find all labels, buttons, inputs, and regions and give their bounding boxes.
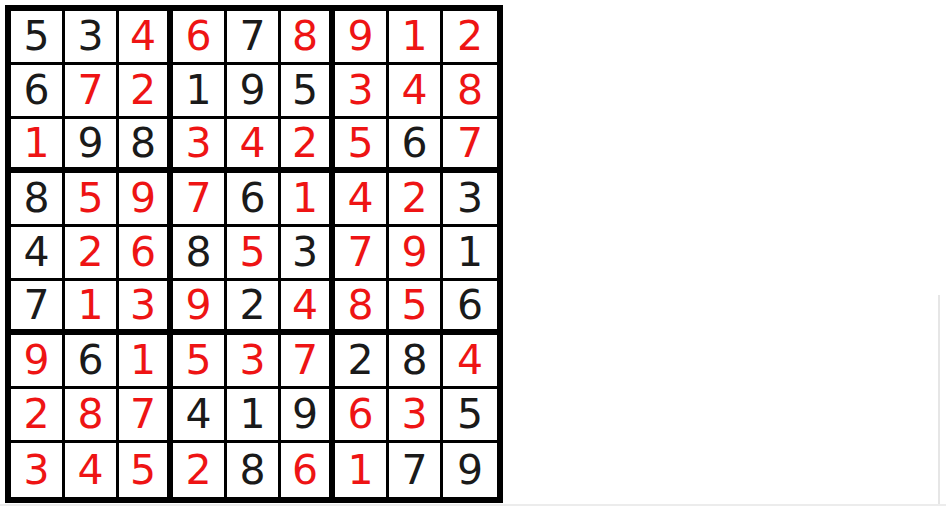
cell-r3c1[interactable]: 1 <box>11 119 65 173</box>
cell-r9c9[interactable]: 9 <box>443 443 497 497</box>
cell-r3c2[interactable]: 9 <box>65 119 119 173</box>
cell-r4c7[interactable]: 4 <box>335 173 389 227</box>
cell-r1c3[interactable]: 4 <box>119 11 173 65</box>
cell-r6c6[interactable]: 4 <box>281 281 335 335</box>
cell-r9c5[interactable]: 8 <box>227 443 281 497</box>
cell-r7c1[interactable]: 9 <box>11 335 65 389</box>
right-edge-divider <box>938 295 940 506</box>
cell-r4c1[interactable]: 8 <box>11 173 65 227</box>
cell-r4c3[interactable]: 9 <box>119 173 173 227</box>
cell-r3c9[interactable]: 7 <box>443 119 497 173</box>
cell-r9c2[interactable]: 4 <box>65 443 119 497</box>
cell-r8c3[interactable]: 7 <box>119 389 173 443</box>
cell-r7c5[interactable]: 3 <box>227 335 281 389</box>
cell-r4c2[interactable]: 5 <box>65 173 119 227</box>
cell-r2c4[interactable]: 1 <box>173 65 227 119</box>
cell-r1c4[interactable]: 6 <box>173 11 227 65</box>
cell-r6c9[interactable]: 6 <box>443 281 497 335</box>
cell-r7c3[interactable]: 1 <box>119 335 173 389</box>
cell-r6c8[interactable]: 5 <box>389 281 443 335</box>
cell-r5c2[interactable]: 2 <box>65 227 119 281</box>
sudoku-board: 5346789126721953481983425678597614234268… <box>5 5 503 503</box>
cell-r8c1[interactable]: 2 <box>11 389 65 443</box>
page: 5346789126721953481983425678597614234268… <box>0 0 946 506</box>
cell-r3c5[interactable]: 4 <box>227 119 281 173</box>
cell-r3c7[interactable]: 5 <box>335 119 389 173</box>
cell-r5c5[interactable]: 5 <box>227 227 281 281</box>
cell-r1c5[interactable]: 7 <box>227 11 281 65</box>
cell-r8c9[interactable]: 5 <box>443 389 497 443</box>
cell-r5c6[interactable]: 3 <box>281 227 335 281</box>
cell-r4c5[interactable]: 6 <box>227 173 281 227</box>
cell-r8c8[interactable]: 3 <box>389 389 443 443</box>
cell-r2c5[interactable]: 9 <box>227 65 281 119</box>
cell-r4c9[interactable]: 3 <box>443 173 497 227</box>
cell-r5c7[interactable]: 7 <box>335 227 389 281</box>
cell-r5c9[interactable]: 1 <box>443 227 497 281</box>
cell-r5c4[interactable]: 8 <box>173 227 227 281</box>
cell-r6c2[interactable]: 1 <box>65 281 119 335</box>
cell-r6c5[interactable]: 2 <box>227 281 281 335</box>
cell-r2c7[interactable]: 3 <box>335 65 389 119</box>
cell-r4c8[interactable]: 2 <box>389 173 443 227</box>
cell-r8c7[interactable]: 6 <box>335 389 389 443</box>
cell-r1c2[interactable]: 3 <box>65 11 119 65</box>
cell-r3c8[interactable]: 6 <box>389 119 443 173</box>
cell-r6c1[interactable]: 7 <box>11 281 65 335</box>
cell-r5c3[interactable]: 6 <box>119 227 173 281</box>
cell-r2c9[interactable]: 8 <box>443 65 497 119</box>
cell-r1c7[interactable]: 9 <box>335 11 389 65</box>
cell-r7c7[interactable]: 2 <box>335 335 389 389</box>
cell-r1c8[interactable]: 1 <box>389 11 443 65</box>
cell-r9c6[interactable]: 6 <box>281 443 335 497</box>
cell-r3c6[interactable]: 2 <box>281 119 335 173</box>
cell-r6c7[interactable]: 8 <box>335 281 389 335</box>
cell-r2c1[interactable]: 6 <box>11 65 65 119</box>
cell-r1c1[interactable]: 5 <box>11 11 65 65</box>
cell-r8c5[interactable]: 1 <box>227 389 281 443</box>
cell-r8c2[interactable]: 8 <box>65 389 119 443</box>
cell-r7c2[interactable]: 6 <box>65 335 119 389</box>
cell-r1c9[interactable]: 2 <box>443 11 497 65</box>
cell-r6c3[interactable]: 3 <box>119 281 173 335</box>
cell-r9c7[interactable]: 1 <box>335 443 389 497</box>
cell-r2c2[interactable]: 7 <box>65 65 119 119</box>
cell-r7c8[interactable]: 8 <box>389 335 443 389</box>
cell-r1c6[interactable]: 8 <box>281 11 335 65</box>
cell-r2c6[interactable]: 5 <box>281 65 335 119</box>
cell-r8c4[interactable]: 4 <box>173 389 227 443</box>
cell-r4c6[interactable]: 1 <box>281 173 335 227</box>
cell-r7c4[interactable]: 5 <box>173 335 227 389</box>
cell-r9c3[interactable]: 5 <box>119 443 173 497</box>
cell-r5c1[interactable]: 4 <box>11 227 65 281</box>
cell-r2c8[interactable]: 4 <box>389 65 443 119</box>
cell-r9c8[interactable]: 7 <box>389 443 443 497</box>
cell-r6c4[interactable]: 9 <box>173 281 227 335</box>
cell-r9c4[interactable]: 2 <box>173 443 227 497</box>
cell-r4c4[interactable]: 7 <box>173 173 227 227</box>
cell-r9c1[interactable]: 3 <box>11 443 65 497</box>
cell-r7c6[interactable]: 7 <box>281 335 335 389</box>
cell-r3c3[interactable]: 8 <box>119 119 173 173</box>
cell-r7c9[interactable]: 4 <box>443 335 497 389</box>
cell-r5c8[interactable]: 9 <box>389 227 443 281</box>
cell-r2c3[interactable]: 2 <box>119 65 173 119</box>
cell-r8c6[interactable]: 9 <box>281 389 335 443</box>
cell-r3c4[interactable]: 3 <box>173 119 227 173</box>
